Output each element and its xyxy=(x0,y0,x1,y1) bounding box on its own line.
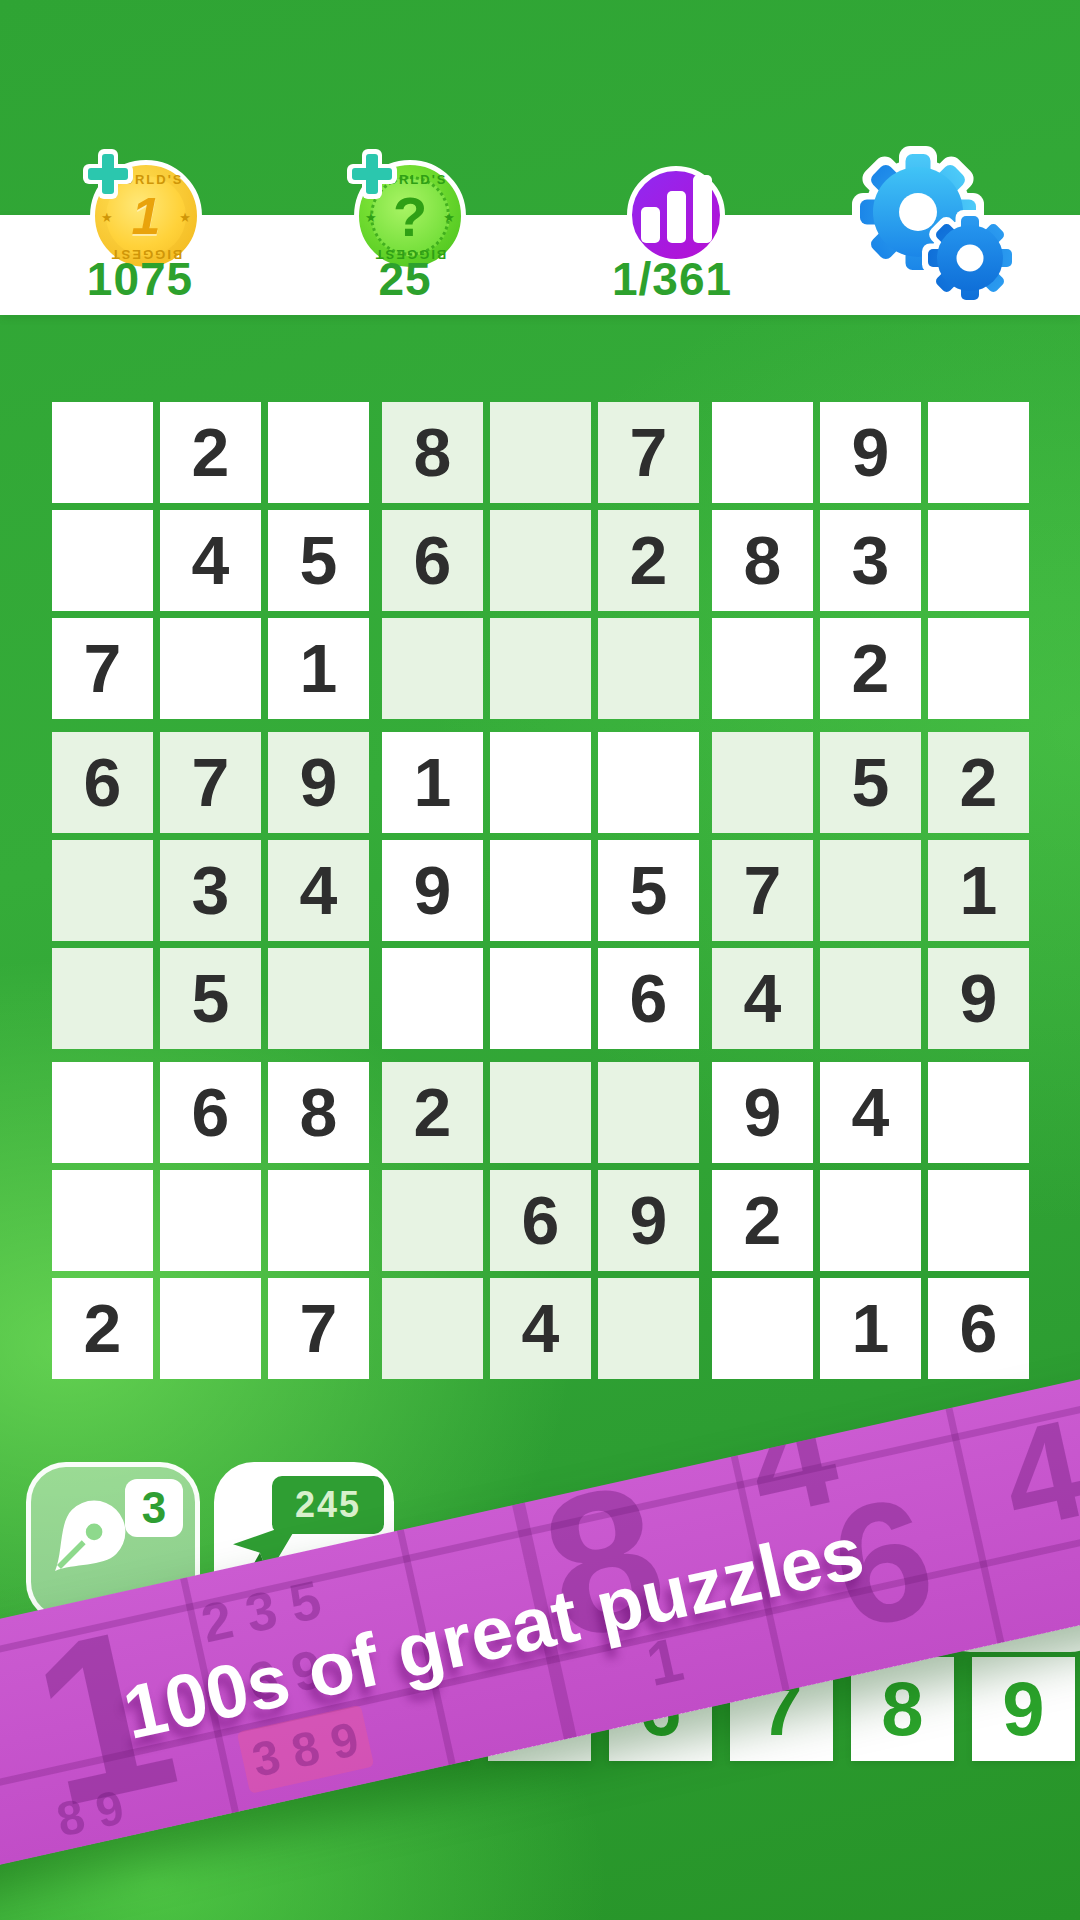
sudoku-block: 527149 xyxy=(712,732,1029,1049)
sudoku-block: 8762 xyxy=(382,402,699,719)
sudoku-block: 679345 xyxy=(52,732,369,1049)
sudoku-cell-r6c2[interactable]: 5 xyxy=(160,948,261,1049)
sudoku-cell-r7c2[interactable]: 6 xyxy=(160,1062,261,1163)
sudoku-cell-r8c3[interactable] xyxy=(268,1170,369,1271)
sudoku-cell-r7c6[interactable] xyxy=(598,1062,699,1163)
sudoku-cell-r2c3[interactable]: 5 xyxy=(268,510,369,611)
sudoku-cell-r4c3[interactable]: 9 xyxy=(268,732,369,833)
sudoku-cell-r8c4[interactable] xyxy=(382,1170,483,1271)
sudoku-cell-r7c3[interactable]: 8 xyxy=(268,1062,369,1163)
sudoku-cell-r8c2[interactable] xyxy=(160,1170,261,1271)
sudoku-cell-r4c7[interactable] xyxy=(712,732,813,833)
sudoku-cell-r8c5[interactable]: 6 xyxy=(490,1170,591,1271)
sudoku-cell-r9c3[interactable]: 7 xyxy=(268,1278,369,1379)
sudoku-cell-r1c6[interactable]: 7 xyxy=(598,402,699,503)
sudoku-cell-r3c8[interactable]: 2 xyxy=(820,618,921,719)
pencil-marks-badge: 245 xyxy=(272,1476,384,1534)
banner-text: 100s of great puzzles xyxy=(0,1343,1080,1902)
sudoku-cell-r9c1[interactable]: 2 xyxy=(52,1278,153,1379)
sudoku-cell-r9c6[interactable] xyxy=(598,1278,699,1379)
sudoku-cell-r8c8[interactable] xyxy=(820,1170,921,1271)
sudoku-cell-r8c7[interactable]: 2 xyxy=(712,1170,813,1271)
sudoku-cell-r2c5[interactable] xyxy=(490,510,591,611)
progress-count: 1/361 xyxy=(562,252,782,306)
gear-small-icon xyxy=(922,210,1018,306)
promo-banner[interactable]: 12 3 56 93 8 98 98416473 821 100s of gre… xyxy=(0,1343,1080,1902)
sudoku-cell-r7c1[interactable] xyxy=(52,1062,153,1163)
sudoku-cell-r1c2[interactable]: 2 xyxy=(160,402,261,503)
sudoku-cell-r4c9[interactable]: 2 xyxy=(928,732,1029,833)
sudoku-cell-r2c6[interactable]: 2 xyxy=(598,510,699,611)
sudoku-block: 2694 xyxy=(382,1062,699,1379)
bar-chart-icon xyxy=(632,175,720,243)
sudoku-cell-r7c9[interactable] xyxy=(928,1062,1029,1163)
sudoku-cell-r9c5[interactable]: 4 xyxy=(490,1278,591,1379)
sudoku-cell-r2c9[interactable] xyxy=(928,510,1029,611)
sudoku-cell-r8c9[interactable] xyxy=(928,1170,1029,1271)
sudoku-cell-r1c4[interactable]: 8 xyxy=(382,402,483,503)
sudoku-cell-r2c7[interactable]: 8 xyxy=(712,510,813,611)
sudoku-cell-r6c9[interactable]: 9 xyxy=(928,948,1029,1049)
coins-count: 1075 xyxy=(30,252,250,306)
sudoku-cell-r6c4[interactable] xyxy=(382,948,483,1049)
sudoku-cell-r2c2[interactable]: 4 xyxy=(160,510,261,611)
hints-count: 25 xyxy=(295,252,515,306)
sudoku-cell-r5c7[interactable]: 7 xyxy=(712,840,813,941)
numpad-key-9[interactable]: 9 xyxy=(972,1657,1075,1761)
progress-button[interactable] xyxy=(627,166,725,264)
sudoku-cell-r4c8[interactable]: 5 xyxy=(820,732,921,833)
sudoku-cell-r2c4[interactable]: 6 xyxy=(382,510,483,611)
sudoku-board: 2457187629832679345195652714968272694942… xyxy=(52,402,1029,1379)
sudoku-cell-r4c6[interactable] xyxy=(598,732,699,833)
sudoku-block: 1956 xyxy=(382,732,699,1049)
sudoku-cell-r3c3[interactable]: 1 xyxy=(268,618,369,719)
sudoku-cell-r1c8[interactable]: 9 xyxy=(820,402,921,503)
sudoku-cell-r5c5[interactable] xyxy=(490,840,591,941)
sudoku-cell-r9c8[interactable]: 1 xyxy=(820,1278,921,1379)
sudoku-cell-r3c9[interactable] xyxy=(928,618,1029,719)
sudoku-block: 94216 xyxy=(712,1062,1029,1379)
sudoku-cell-r9c4[interactable] xyxy=(382,1278,483,1379)
sudoku-cell-r1c1[interactable] xyxy=(52,402,153,503)
sudoku-cell-r7c4[interactable]: 2 xyxy=(382,1062,483,1163)
sudoku-cell-r5c8[interactable] xyxy=(820,840,921,941)
sudoku-cell-r5c2[interactable]: 3 xyxy=(160,840,261,941)
numpad-key-8[interactable]: 8 xyxy=(851,1657,954,1761)
sudoku-cell-r8c6[interactable]: 9 xyxy=(598,1170,699,1271)
sudoku-cell-r6c5[interactable] xyxy=(490,948,591,1049)
sudoku-cell-r3c5[interactable] xyxy=(490,618,591,719)
plus-icon[interactable] xyxy=(83,149,133,199)
sudoku-cell-r2c8[interactable]: 3 xyxy=(820,510,921,611)
sudoku-cell-r1c9[interactable] xyxy=(928,402,1029,503)
sudoku-cell-r1c7[interactable] xyxy=(712,402,813,503)
sudoku-cell-r9c7[interactable] xyxy=(712,1278,813,1379)
sudoku-cell-r3c7[interactable] xyxy=(712,618,813,719)
sudoku-cell-r6c1[interactable] xyxy=(52,948,153,1049)
sudoku-block: 9832 xyxy=(712,402,1029,719)
sudoku-cell-r9c2[interactable] xyxy=(160,1278,261,1379)
plus-icon[interactable] xyxy=(347,149,397,199)
sudoku-cell-r5c4[interactable]: 9 xyxy=(382,840,483,941)
sudoku-cell-r5c3[interactable]: 4 xyxy=(268,840,369,941)
sudoku-cell-r6c3[interactable] xyxy=(268,948,369,1049)
sudoku-cell-r9c9[interactable]: 6 xyxy=(928,1278,1029,1379)
sudoku-cell-r5c9[interactable]: 1 xyxy=(928,840,1029,941)
sudoku-cell-r4c4[interactable]: 1 xyxy=(382,732,483,833)
sudoku-cell-r6c7[interactable]: 4 xyxy=(712,948,813,1049)
sudoku-cell-r3c1[interactable]: 7 xyxy=(52,618,153,719)
sudoku-cell-r3c4[interactable] xyxy=(382,618,483,719)
sudoku-cell-r6c8[interactable] xyxy=(820,948,921,1049)
sudoku-app-screen: WORLD'S ★ ★ 1 BIGGEST 1075 WORLD'S ★ ★ ?… xyxy=(0,0,1080,1920)
sudoku-cell-r5c1[interactable] xyxy=(52,840,153,941)
sudoku-cell-r1c5[interactable] xyxy=(490,402,591,503)
sudoku-cell-r8c1[interactable] xyxy=(52,1170,153,1271)
sudoku-cell-r6c6[interactable]: 6 xyxy=(598,948,699,1049)
sudoku-cell-r3c2[interactable] xyxy=(160,618,261,719)
sudoku-cell-r1c3[interactable] xyxy=(268,402,369,503)
sudoku-cell-r7c5[interactable] xyxy=(490,1062,591,1163)
sudoku-block: 6827 xyxy=(52,1062,369,1379)
sudoku-cell-r3c6[interactable] xyxy=(598,618,699,719)
sudoku-cell-r4c2[interactable]: 7 xyxy=(160,732,261,833)
sudoku-cell-r2c1[interactable] xyxy=(52,510,153,611)
sudoku-cell-r4c1[interactable]: 6 xyxy=(52,732,153,833)
sudoku-cell-r4c5[interactable] xyxy=(490,732,591,833)
sudoku-block: 24571 xyxy=(52,402,369,719)
sudoku-cell-r5c6[interactable]: 5 xyxy=(598,840,699,941)
pen-count-badge: 3 xyxy=(125,1479,183,1537)
sudoku-cell-r7c8[interactable]: 4 xyxy=(820,1062,921,1163)
sudoku-cell-r7c7[interactable]: 9 xyxy=(712,1062,813,1163)
